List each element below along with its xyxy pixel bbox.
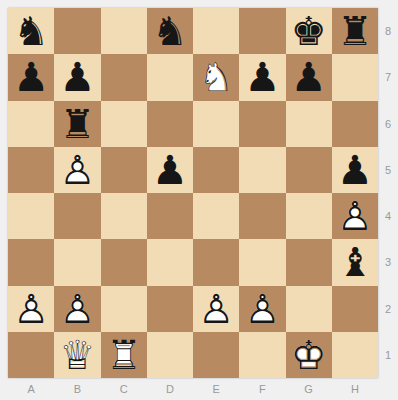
- square-b8[interactable]: [54, 8, 100, 54]
- file-labels: ABCDEFGH: [8, 378, 378, 400]
- square-d7[interactable]: [147, 54, 193, 100]
- black-pawn-piece[interactable]: ♟: [286, 54, 332, 100]
- square-a3[interactable]: [8, 239, 54, 285]
- white-pawn-piece[interactable]: ♟: [193, 286, 239, 332]
- square-e4[interactable]: [193, 193, 239, 239]
- square-b5[interactable]: ♟: [54, 147, 100, 193]
- square-g6[interactable]: [286, 101, 332, 147]
- file-label-d: D: [147, 378, 193, 400]
- rank-label-5: 5: [378, 147, 398, 193]
- black-rook-piece[interactable]: ♜: [332, 8, 378, 54]
- square-b3[interactable]: [54, 239, 100, 285]
- square-f2[interactable]: ♟: [239, 286, 285, 332]
- rank-label-1: 1: [378, 332, 398, 378]
- square-d8[interactable]: ♞: [147, 8, 193, 54]
- file-label-b: B: [54, 378, 100, 400]
- square-f4[interactable]: [239, 193, 285, 239]
- square-c2[interactable]: [101, 286, 147, 332]
- square-c5[interactable]: [101, 147, 147, 193]
- black-king-piece[interactable]: ♚: [286, 8, 332, 54]
- square-a1[interactable]: [8, 332, 54, 378]
- white-king-piece[interactable]: ♚: [286, 332, 332, 378]
- square-e3[interactable]: [193, 239, 239, 285]
- square-g5[interactable]: [286, 147, 332, 193]
- square-c3[interactable]: [101, 239, 147, 285]
- square-c8[interactable]: [101, 8, 147, 54]
- black-rook-piece[interactable]: ♜: [54, 101, 100, 147]
- white-knight-piece[interactable]: ♞: [193, 54, 239, 100]
- square-f6[interactable]: [239, 101, 285, 147]
- square-a4[interactable]: [8, 193, 54, 239]
- rank-labels: 87654321: [378, 8, 398, 378]
- square-d5[interactable]: ♟: [147, 147, 193, 193]
- square-f1[interactable]: [239, 332, 285, 378]
- square-g7[interactable]: ♟: [286, 54, 332, 100]
- square-e6[interactable]: [193, 101, 239, 147]
- black-pawn-piece[interactable]: ♟: [54, 54, 100, 100]
- square-h3[interactable]: ♝: [332, 239, 378, 285]
- file-label-e: E: [193, 378, 239, 400]
- square-f8[interactable]: [239, 8, 285, 54]
- rank-label-6: 6: [378, 101, 398, 147]
- white-pawn-piece[interactable]: ♟: [332, 193, 378, 239]
- white-pawn-piece[interactable]: ♟: [239, 286, 285, 332]
- square-g8[interactable]: ♚: [286, 8, 332, 54]
- white-pawn-piece[interactable]: ♟: [8, 286, 54, 332]
- square-h4[interactable]: ♟: [332, 193, 378, 239]
- square-h5[interactable]: ♟: [332, 147, 378, 193]
- black-knight-piece[interactable]: ♞: [147, 8, 193, 54]
- black-pawn-piece[interactable]: ♟: [147, 147, 193, 193]
- square-a2[interactable]: ♟: [8, 286, 54, 332]
- white-pawn-piece[interactable]: ♟: [54, 286, 100, 332]
- chess-board: ♞♞♚♜♟♟♞♟♟♜♟♟♟♟♝♟♟♟♟♛♜♚: [8, 8, 378, 378]
- square-b7[interactable]: ♟: [54, 54, 100, 100]
- square-f7[interactable]: ♟: [239, 54, 285, 100]
- square-a6[interactable]: [8, 101, 54, 147]
- square-g3[interactable]: [286, 239, 332, 285]
- file-label-h: H: [332, 378, 378, 400]
- square-c6[interactable]: [101, 101, 147, 147]
- square-e5[interactable]: [193, 147, 239, 193]
- black-bishop-piece[interactable]: ♝: [332, 239, 378, 285]
- square-d6[interactable]: [147, 101, 193, 147]
- square-c1[interactable]: ♜: [101, 332, 147, 378]
- file-label-a: A: [8, 378, 54, 400]
- square-e2[interactable]: ♟: [193, 286, 239, 332]
- rank-label-7: 7: [378, 54, 398, 100]
- square-a5[interactable]: [8, 147, 54, 193]
- square-g2[interactable]: [286, 286, 332, 332]
- square-b2[interactable]: ♟: [54, 286, 100, 332]
- rank-label-8: 8: [378, 8, 398, 54]
- square-e7[interactable]: ♞: [193, 54, 239, 100]
- black-pawn-piece[interactable]: ♟: [332, 147, 378, 193]
- black-pawn-piece[interactable]: ♟: [239, 54, 285, 100]
- square-a7[interactable]: ♟: [8, 54, 54, 100]
- square-h1[interactable]: [332, 332, 378, 378]
- white-pawn-piece[interactable]: ♟: [54, 147, 100, 193]
- square-b4[interactable]: [54, 193, 100, 239]
- square-c7[interactable]: [101, 54, 147, 100]
- rank-label-3: 3: [378, 239, 398, 285]
- square-b6[interactable]: ♜: [54, 101, 100, 147]
- square-d4[interactable]: [147, 193, 193, 239]
- file-label-g: G: [286, 378, 332, 400]
- rank-label-2: 2: [378, 286, 398, 332]
- square-d1[interactable]: [147, 332, 193, 378]
- square-h2[interactable]: [332, 286, 378, 332]
- white-queen-piece[interactable]: ♛: [54, 332, 100, 378]
- square-f3[interactable]: [239, 239, 285, 285]
- black-pawn-piece[interactable]: ♟: [8, 54, 54, 100]
- square-a8[interactable]: ♞: [8, 8, 54, 54]
- square-h8[interactable]: ♜: [332, 8, 378, 54]
- square-d3[interactable]: [147, 239, 193, 285]
- square-b1[interactable]: ♛: [54, 332, 100, 378]
- rank-label-4: 4: [378, 193, 398, 239]
- square-d2[interactable]: [147, 286, 193, 332]
- square-g4[interactable]: [286, 193, 332, 239]
- square-e8[interactable]: [193, 8, 239, 54]
- square-e1[interactable]: [193, 332, 239, 378]
- square-c4[interactable]: [101, 193, 147, 239]
- square-f5[interactable]: [239, 147, 285, 193]
- white-rook-piece[interactable]: ♜: [101, 332, 147, 378]
- file-label-f: F: [239, 378, 285, 400]
- black-knight-piece[interactable]: ♞: [8, 8, 54, 54]
- file-label-c: C: [101, 378, 147, 400]
- square-h6[interactable]: [332, 101, 378, 147]
- chess-app: ♞♞♚♜♟♟♞♟♟♜♟♟♟♟♝♟♟♟♟♛♜♚ 87654321 ABCDEFGH: [0, 0, 398, 400]
- square-g1[interactable]: ♚: [286, 332, 332, 378]
- square-h7[interactable]: [332, 54, 378, 100]
